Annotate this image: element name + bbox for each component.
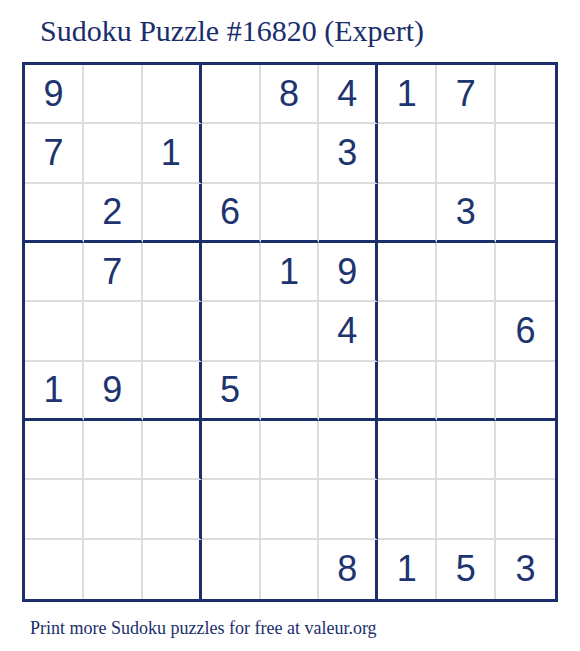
cell-r5c3[interactable] [143,302,202,361]
cell-r6c7[interactable] [378,362,437,421]
cell-r5c8[interactable] [437,302,496,361]
cell-r3c9[interactable] [496,184,555,243]
cell-r3c4[interactable]: 6 [202,184,261,243]
cell-r9c5[interactable] [261,540,320,599]
cell-r2c8[interactable] [437,124,496,183]
cell-r3c5[interactable] [261,184,320,243]
cell-r2c6[interactable]: 3 [319,124,378,183]
cell-r4c8[interactable] [437,243,496,302]
cell-r3c8[interactable]: 3 [437,184,496,243]
cell-r5c2[interactable] [84,302,143,361]
cell-r7c2[interactable] [84,421,143,480]
cell-r4c3[interactable] [143,243,202,302]
cell-r6c9[interactable] [496,362,555,421]
cell-r4c7[interactable] [378,243,437,302]
cell-r7c5[interactable] [261,421,320,480]
cell-r2c9[interactable] [496,124,555,183]
cell-r1c6[interactable]: 4 [319,65,378,124]
cell-r8c6[interactable] [319,480,378,539]
cell-r7c8[interactable] [437,421,496,480]
sudoku-grid: 98417713263719461958153 [22,62,558,602]
cell-r3c6[interactable] [319,184,378,243]
cell-r4c5[interactable]: 1 [261,243,320,302]
cell-r7c9[interactable] [496,421,555,480]
cell-r3c3[interactable] [143,184,202,243]
cell-r5c6[interactable]: 4 [319,302,378,361]
cell-r9c3[interactable] [143,540,202,599]
cell-r5c1[interactable] [25,302,84,361]
cell-r8c3[interactable] [143,480,202,539]
cell-r5c5[interactable] [261,302,320,361]
cell-r8c4[interactable] [202,480,261,539]
cell-r1c5[interactable]: 8 [261,65,320,124]
cell-r1c8[interactable]: 7 [437,65,496,124]
cell-r1c9[interactable] [496,65,555,124]
cell-r9c8[interactable]: 5 [437,540,496,599]
cell-r3c1[interactable] [25,184,84,243]
cell-r9c9[interactable]: 3 [496,540,555,599]
cell-r4c2[interactable]: 7 [84,243,143,302]
cell-r8c9[interactable] [496,480,555,539]
cell-r4c1[interactable] [25,243,84,302]
cell-r2c7[interactable] [378,124,437,183]
cell-r9c7[interactable]: 1 [378,540,437,599]
cell-r6c2[interactable]: 9 [84,362,143,421]
cell-r1c7[interactable]: 1 [378,65,437,124]
cell-r2c1[interactable]: 7 [25,124,84,183]
cell-r8c1[interactable] [25,480,84,539]
cell-r2c2[interactable] [84,124,143,183]
page: Sudoku Puzzle #16820 (Expert) 9841771326… [0,0,580,651]
cell-r1c3[interactable] [143,65,202,124]
cell-r8c8[interactable] [437,480,496,539]
cell-r3c2[interactable]: 2 [84,184,143,243]
cell-r2c5[interactable] [261,124,320,183]
cell-r5c9[interactable]: 6 [496,302,555,361]
cell-r1c1[interactable]: 9 [25,65,84,124]
cell-r6c3[interactable] [143,362,202,421]
cell-r5c4[interactable] [202,302,261,361]
cell-r3c7[interactable] [378,184,437,243]
page-title: Sudoku Puzzle #16820 (Expert) [40,14,424,48]
cell-r8c5[interactable] [261,480,320,539]
cell-r4c9[interactable] [496,243,555,302]
cell-r8c7[interactable] [378,480,437,539]
cell-r6c1[interactable]: 1 [25,362,84,421]
cell-r2c4[interactable] [202,124,261,183]
cell-r7c7[interactable] [378,421,437,480]
cell-r5c7[interactable] [378,302,437,361]
cell-r6c4[interactable]: 5 [202,362,261,421]
cell-r6c5[interactable] [261,362,320,421]
cell-r6c6[interactable] [319,362,378,421]
footer-text: Print more Sudoku puzzles for free at va… [30,618,377,639]
cell-r9c2[interactable] [84,540,143,599]
cell-r4c4[interactable] [202,243,261,302]
cell-r8c2[interactable] [84,480,143,539]
cell-r9c1[interactable] [25,540,84,599]
cell-r2c3[interactable]: 1 [143,124,202,183]
cell-r7c6[interactable] [319,421,378,480]
cell-r1c2[interactable] [84,65,143,124]
cell-r7c3[interactable] [143,421,202,480]
cell-r1c4[interactable] [202,65,261,124]
cell-r9c6[interactable]: 8 [319,540,378,599]
cell-r7c4[interactable] [202,421,261,480]
cell-r4c6[interactable]: 9 [319,243,378,302]
cell-r9c4[interactable] [202,540,261,599]
cell-r7c1[interactable] [25,421,84,480]
cell-r6c8[interactable] [437,362,496,421]
